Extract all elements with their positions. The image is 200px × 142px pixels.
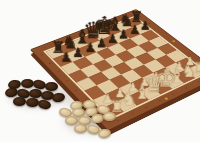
white-rook-a1: ♜ bbox=[110, 98, 124, 114]
scene: ♜♞♝♛♚♝♞♜♟♟♟♟♟♟♟♟♟♟♟♟♟♟♟♟♜♞♝♛♚♝♞♜ bbox=[0, 0, 200, 142]
product-photo-stage: ♜♞♝♛♚♝♞♜♟♟♟♟♟♟♟♟♟♟♟♟♟♟♟♟♜♞♝♛♚♝♞♜ bbox=[0, 0, 200, 142]
brass-hinge bbox=[171, 40, 175, 42]
black-pawn-c7: ♟ bbox=[84, 41, 95, 54]
black-pawn-b7: ♟ bbox=[72, 46, 84, 59]
chess-board: ♜♞♝♛♚♝♞♜♟♟♟♟♟♟♟♟♟♟♟♟♟♟♟♟♜♞♝♛♚♝♞♜ bbox=[30, 9, 200, 131]
board-squares: ♜♞♝♛♚♝♞♜♟♟♟♟♟♟♟♟♟♟♟♟♟♟♟♟♜♞♝♛♚♝♞♜ bbox=[46, 17, 200, 117]
black-pawn-h7: ♟ bbox=[139, 19, 150, 31]
black-pawn-e7: ♟ bbox=[107, 32, 118, 45]
brass-clasp bbox=[164, 97, 169, 100]
black-pawn-f7: ♟ bbox=[118, 28, 129, 40]
black-pawn-a7: ♟ bbox=[60, 50, 72, 63]
black-pawn-d7: ♟ bbox=[96, 37, 107, 50]
board-playfield: ♜♞♝♛♚♝♞♜♟♟♟♟♟♟♟♟♟♟♟♟♟♟♟♟♜♞♝♛♚♝♞♜ bbox=[43, 16, 200, 120]
black-pawn-g7: ♟ bbox=[129, 24, 140, 36]
